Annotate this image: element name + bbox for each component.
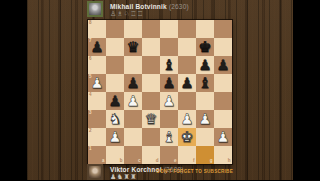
top-player-avatar <box>87 1 103 17</box>
piece-black-king-g7[interactable]: ♚ <box>196 38 214 56</box>
square-g7[interactable]: ♚ <box>196 38 214 56</box>
piece-white-bishop-e2[interactable]: ♝ <box>160 128 178 146</box>
piece-white-pawn-f3[interactable]: ♟ <box>178 110 196 128</box>
bottom-player-avatar <box>87 164 103 180</box>
piece-black-bishop-g5[interactable]: ♝ <box>196 74 214 92</box>
square-g5[interactable]: ♝ <box>196 74 214 92</box>
bottom-player-name-text: Viktor Korchnoi <box>110 166 162 173</box>
square-c3[interactable] <box>124 110 142 128</box>
square-e2[interactable]: ♝ <box>160 128 178 146</box>
square-a5[interactable]: 5♟ <box>88 74 106 92</box>
square-b2[interactable]: ♟ <box>106 128 124 146</box>
square-e8[interactable] <box>160 20 178 38</box>
square-d4[interactable] <box>142 92 160 110</box>
rank-label-4: 4 <box>89 93 92 98</box>
square-h4[interactable] <box>214 92 232 110</box>
square-f5[interactable]: ♟ <box>178 74 196 92</box>
square-a6[interactable]: 6 <box>88 56 106 74</box>
piece-white-pawn-e4[interactable]: ♟ <box>160 92 178 110</box>
piece-white-pawn-b2[interactable]: ♟ <box>106 128 124 146</box>
rank-label-1: 1 <box>89 147 92 152</box>
chess-board[interactable]: 87♟♛♚6♝♟♟5♟♟♟♟♝4♟♟♟3♞♛♟♟2♟♝♚♟1abcdefgh <box>88 20 232 164</box>
square-a4[interactable]: 4 <box>88 92 106 110</box>
square-c4[interactable]: ♟ <box>124 92 142 110</box>
piece-white-king-f2[interactable]: ♚ <box>178 128 196 146</box>
top-player-rating: (2630) <box>169 3 189 10</box>
square-b5[interactable] <box>106 74 124 92</box>
piece-black-pawn-b4[interactable]: ♟ <box>106 92 124 110</box>
piece-black-pawn-h6[interactable]: ♟ <box>214 56 232 74</box>
square-f2[interactable]: ♚ <box>178 128 196 146</box>
square-e3[interactable] <box>160 110 178 128</box>
square-e4[interactable]: ♟ <box>160 92 178 110</box>
square-a2[interactable]: 2 <box>88 128 106 146</box>
subscribe-reminder-text: DON'T FORGET TO SUBSCRIBE <box>156 169 233 174</box>
piece-black-pawn-g6[interactable]: ♟ <box>196 56 214 74</box>
square-f7[interactable] <box>178 38 196 56</box>
square-c7[interactable]: ♛ <box>124 38 142 56</box>
square-g8[interactable] <box>196 20 214 38</box>
square-g6[interactable]: ♟ <box>196 56 214 74</box>
square-f3[interactable]: ♟ <box>178 110 196 128</box>
square-h7[interactable] <box>214 38 232 56</box>
square-h8[interactable] <box>214 20 232 38</box>
square-a3[interactable]: 3 <box>88 110 106 128</box>
square-g3[interactable]: ♟ <box>196 110 214 128</box>
square-e5[interactable]: ♟ <box>160 74 178 92</box>
square-c6[interactable] <box>124 56 142 74</box>
square-a7[interactable]: 7♟ <box>88 38 106 56</box>
bottom-captured-pieces-tray: ♟♞♜♜ <box>110 173 137 181</box>
piece-white-pawn-h2[interactable]: ♟ <box>214 128 232 146</box>
square-c8[interactable] <box>124 20 142 38</box>
square-f6[interactable] <box>178 56 196 74</box>
square-d3[interactable]: ♛ <box>142 110 160 128</box>
square-d2[interactable] <box>142 128 160 146</box>
square-d6[interactable] <box>142 56 160 74</box>
top-player-bar: Mikhail Botvinnik (2630) ♙♗♘♖♖ <box>27 0 293 19</box>
square-e7[interactable] <box>160 38 178 56</box>
square-h6[interactable]: ♟ <box>214 56 232 74</box>
square-d7[interactable] <box>142 38 160 56</box>
rank-label-2: 2 <box>89 129 92 134</box>
square-g4[interactable] <box>196 92 214 110</box>
wood-background: Mikhail Botvinnik (2630) ♙♗♘♖♖ 87♟♛♚6♝♟♟… <box>27 0 293 180</box>
square-d5[interactable] <box>142 74 160 92</box>
rank-label-3: 3 <box>89 111 92 116</box>
rank-label-6: 6 <box>89 57 92 62</box>
square-d8[interactable] <box>142 20 160 38</box>
rank-label-8: 8 <box>89 21 92 26</box>
piece-white-knight-b3[interactable]: ♞ <box>106 110 124 128</box>
video-frame: Mikhail Botvinnik (2630) ♙♗♘♖♖ 87♟♛♚6♝♟♟… <box>0 0 320 180</box>
square-h2[interactable]: ♟ <box>214 128 232 146</box>
piece-black-queen-c7[interactable]: ♛ <box>124 38 142 56</box>
top-player-name-text: Mikhail Botvinnik <box>110 3 167 10</box>
piece-white-queen-d3[interactable]: ♛ <box>142 110 160 128</box>
top-captured-pieces-tray: ♙♗♘♖♖ <box>110 10 144 18</box>
square-b6[interactable] <box>106 56 124 74</box>
top-player-name: Mikhail Botvinnik (2630) <box>110 3 189 10</box>
square-h3[interactable] <box>214 110 232 128</box>
piece-black-pawn-a7[interactable]: ♟ <box>88 38 106 56</box>
square-a8[interactable]: 8 <box>88 20 106 38</box>
square-h5[interactable] <box>214 74 232 92</box>
square-f8[interactable] <box>178 20 196 38</box>
piece-white-pawn-g3[interactable]: ♟ <box>196 110 214 128</box>
square-b8[interactable] <box>106 20 124 38</box>
square-b7[interactable] <box>106 38 124 56</box>
square-c5[interactable]: ♟ <box>124 74 142 92</box>
square-c2[interactable] <box>124 128 142 146</box>
piece-white-pawn-c4[interactable]: ♟ <box>124 92 142 110</box>
square-b4[interactable]: ♟ <box>106 92 124 110</box>
square-b3[interactable]: ♞ <box>106 110 124 128</box>
piece-black-pawn-c5[interactable]: ♟ <box>124 74 142 92</box>
piece-black-pawn-e5[interactable]: ♟ <box>160 74 178 92</box>
square-e6[interactable]: ♝ <box>160 56 178 74</box>
piece-black-pawn-f5[interactable]: ♟ <box>178 74 196 92</box>
square-g2[interactable] <box>196 128 214 146</box>
piece-black-bishop-e6[interactable]: ♝ <box>160 56 178 74</box>
square-f4[interactable] <box>178 92 196 110</box>
piece-white-pawn-a5[interactable]: ♟ <box>88 74 106 92</box>
